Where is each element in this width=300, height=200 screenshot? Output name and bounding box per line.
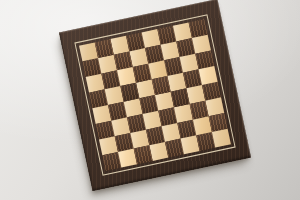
inlay-pinstripe bbox=[74, 14, 235, 175]
chess-board bbox=[59, 0, 251, 191]
square-b8 bbox=[95, 39, 114, 58]
square-e5 bbox=[152, 76, 171, 95]
square-c5 bbox=[120, 83, 139, 102]
square-f4 bbox=[171, 88, 190, 107]
square-c1 bbox=[134, 145, 153, 164]
playing-field bbox=[79, 19, 231, 171]
square-h5 bbox=[199, 66, 218, 85]
square-h1 bbox=[212, 129, 231, 148]
studio-background bbox=[0, 0, 300, 200]
